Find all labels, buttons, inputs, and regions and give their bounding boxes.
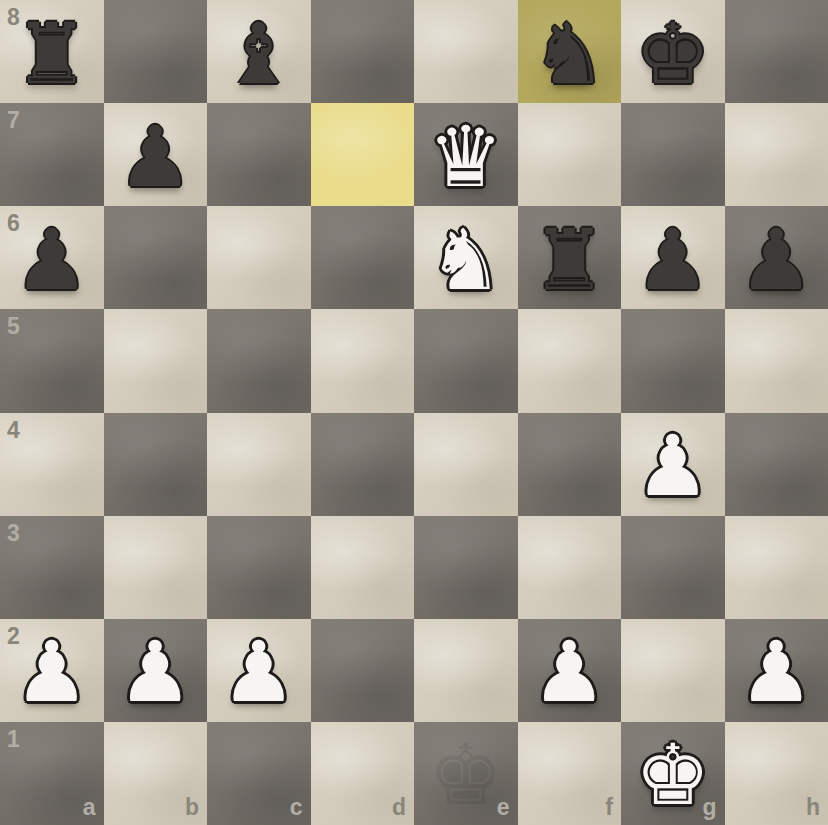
square-a8[interactable]: 8♜	[0, 0, 104, 103]
square-d6[interactable]	[311, 206, 415, 309]
square-a3[interactable]: 3	[0, 516, 104, 619]
file-label-f: f	[605, 796, 613, 819]
square-e8[interactable]	[414, 0, 518, 103]
square-g2[interactable]	[621, 619, 725, 722]
square-g1[interactable]: g♚	[621, 722, 725, 825]
square-h6[interactable]: ♟	[725, 206, 828, 309]
square-b6[interactable]	[104, 206, 208, 309]
square-h1[interactable]: h	[725, 722, 828, 825]
white-queen[interactable]: ♛	[414, 103, 518, 206]
square-e4[interactable]	[414, 413, 518, 516]
square-g3[interactable]	[621, 516, 725, 619]
square-a2[interactable]: 2♟	[0, 619, 104, 722]
rank-label-5: 5	[7, 315, 20, 338]
rank-label-4: 4	[7, 419, 20, 442]
square-f4[interactable]	[518, 413, 622, 516]
square-g7[interactable]	[621, 103, 725, 206]
square-b3[interactable]	[104, 516, 208, 619]
square-g6[interactable]: ♟	[621, 206, 725, 309]
square-f1[interactable]: f	[518, 722, 622, 825]
file-label-e: e	[497, 796, 510, 819]
black-bishop[interactable]: ♝	[207, 0, 311, 103]
rank-label-6: 6	[7, 212, 20, 235]
rank-label-2: 2	[7, 625, 20, 648]
square-f2[interactable]: ♟	[518, 619, 622, 722]
square-c4[interactable]	[207, 413, 311, 516]
white-pawn[interactable]: ♟	[621, 413, 725, 516]
square-a7[interactable]: 7	[0, 103, 104, 206]
white-pawn[interactable]: ♟	[725, 619, 828, 722]
square-c7[interactable]	[207, 103, 311, 206]
square-d2[interactable]	[311, 619, 415, 722]
rank-label-8: 8	[7, 6, 20, 29]
black-pawn[interactable]: ♟	[621, 206, 725, 309]
square-f5[interactable]	[518, 309, 622, 412]
square-a6[interactable]: 6♟	[0, 206, 104, 309]
file-label-a: a	[83, 796, 96, 819]
square-h2[interactable]: ♟	[725, 619, 828, 722]
square-d8[interactable]	[311, 0, 415, 103]
square-e2[interactable]	[414, 619, 518, 722]
white-knight[interactable]: ♞	[414, 206, 518, 309]
file-label-c: c	[290, 796, 303, 819]
square-h8[interactable]	[725, 0, 828, 103]
square-f6[interactable]: ♜	[518, 206, 622, 309]
square-b8[interactable]	[104, 0, 208, 103]
square-c6[interactable]	[207, 206, 311, 309]
square-h4[interactable]	[725, 413, 828, 516]
square-f8[interactable]: ♞	[518, 0, 622, 103]
square-f7[interactable]	[518, 103, 622, 206]
square-a5[interactable]: 5	[0, 309, 104, 412]
square-g4[interactable]: ♟	[621, 413, 725, 516]
square-d5[interactable]	[311, 309, 415, 412]
square-h7[interactable]	[725, 103, 828, 206]
square-h5[interactable]	[725, 309, 828, 412]
square-e6[interactable]: ♞	[414, 206, 518, 309]
file-label-d: d	[392, 796, 406, 819]
square-c5[interactable]	[207, 309, 311, 412]
square-h3[interactable]	[725, 516, 828, 619]
file-label-g: g	[702, 796, 716, 819]
square-d1[interactable]: d	[311, 722, 415, 825]
black-knight[interactable]: ♞	[518, 0, 622, 103]
square-b2[interactable]: ♟	[104, 619, 208, 722]
square-e3[interactable]	[414, 516, 518, 619]
white-pawn[interactable]: ♟	[518, 619, 622, 722]
square-d3[interactable]	[311, 516, 415, 619]
square-b1[interactable]: b	[104, 722, 208, 825]
square-c2[interactable]: ♟	[207, 619, 311, 722]
square-g8[interactable]: ♚	[621, 0, 725, 103]
square-d4[interactable]	[311, 413, 415, 516]
black-king[interactable]: ♚	[621, 0, 725, 103]
file-label-h: h	[806, 796, 820, 819]
square-e7[interactable]: ♛	[414, 103, 518, 206]
square-b4[interactable]	[104, 413, 208, 516]
black-pawn[interactable]: ♟	[725, 206, 828, 309]
square-a4[interactable]: 4	[0, 413, 104, 516]
black-pawn[interactable]: ♟	[104, 103, 208, 206]
square-g5[interactable]	[621, 309, 725, 412]
rank-label-7: 7	[7, 109, 20, 132]
square-c3[interactable]	[207, 516, 311, 619]
white-pawn[interactable]: ♟	[207, 619, 311, 722]
square-c8[interactable]: ♝	[207, 0, 311, 103]
square-b5[interactable]	[104, 309, 208, 412]
square-c1[interactable]: c	[207, 722, 311, 825]
square-e1[interactable]: e♚	[414, 722, 518, 825]
black-rook[interactable]: ♜	[518, 206, 622, 309]
square-e5[interactable]	[414, 309, 518, 412]
white-pawn[interactable]: ♟	[104, 619, 208, 722]
square-b7[interactable]: ♟	[104, 103, 208, 206]
chess-board: 8♜♝♞♚7♟♛6♟♞♜♟♟54♟32♟♟♟♟♟1abcde♚fg♚h	[0, 0, 828, 825]
file-label-b: b	[185, 796, 199, 819]
square-f3[interactable]	[518, 516, 622, 619]
square-a1[interactable]: 1a	[0, 722, 104, 825]
rank-label-1: 1	[7, 728, 20, 751]
square-d7[interactable]	[311, 103, 415, 206]
rank-label-3: 3	[7, 522, 20, 545]
